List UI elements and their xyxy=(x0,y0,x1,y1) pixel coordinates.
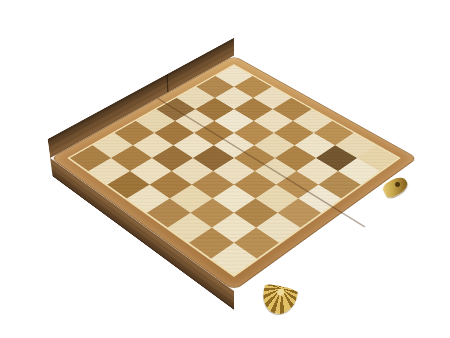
board-square xyxy=(211,243,257,275)
board-square xyxy=(212,213,256,243)
board-square xyxy=(234,171,276,198)
board-square xyxy=(318,171,360,198)
board-square xyxy=(296,158,338,185)
chess-board xyxy=(50,56,418,291)
board-square xyxy=(234,228,279,259)
board-square xyxy=(278,198,322,227)
board-square xyxy=(255,185,298,213)
board-square xyxy=(172,158,214,185)
board-square xyxy=(147,198,191,227)
board-square xyxy=(213,158,255,185)
board-frame xyxy=(50,56,418,291)
board-square xyxy=(107,171,149,198)
photo-stage xyxy=(0,0,450,338)
board-square xyxy=(189,228,234,259)
board-squares-grid xyxy=(70,65,398,274)
board-square xyxy=(234,198,278,227)
board-square xyxy=(88,158,130,185)
board-square xyxy=(276,171,318,198)
board-square xyxy=(298,185,341,213)
board-square xyxy=(255,158,297,185)
board-square xyxy=(130,158,172,185)
board-square xyxy=(256,213,300,243)
board-square xyxy=(213,185,256,213)
board-square xyxy=(190,198,234,227)
board-square xyxy=(150,171,192,198)
board-inlay-border xyxy=(67,64,401,277)
board-square xyxy=(338,158,380,185)
board-scene xyxy=(104,28,364,288)
board-square xyxy=(168,213,212,243)
board-square xyxy=(192,171,234,198)
board-square xyxy=(127,185,170,213)
board-square xyxy=(170,185,213,213)
